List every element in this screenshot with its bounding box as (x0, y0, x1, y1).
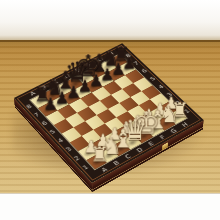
chessboard: ABCDEFGH8♜♞♝♛♚♝♞♜87♟♟♟♟♟♟♟♟7665544332♟♟♟… (14, 43, 204, 183)
board-face: ABCDEFGH8♜♞♝♛♚♝♞♜87♟♟♟♟♟♟♟♟7665544332♟♟♟… (14, 43, 204, 183)
scene: ABCDEFGH8♜♞♝♛♚♝♞♜87♟♟♟♟♟♟♟♟7665544332♟♟♟… (0, 0, 220, 220)
piece-white-rook: ♜ (164, 88, 196, 120)
brass-latch-icon (162, 142, 168, 151)
rank-label-2-right: 2 (169, 96, 187, 109)
